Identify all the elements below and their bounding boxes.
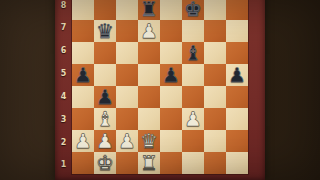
rank-label-3: 3 — [55, 115, 72, 125]
square-h4[interactable] — [226, 86, 248, 108]
piece-white-pawn[interactable]: ♟ — [182, 108, 204, 130]
square-b6[interactable] — [94, 42, 116, 64]
piece-black-pawn[interactable]: ♟ — [226, 64, 248, 86]
rank-label-5: 5 — [55, 69, 72, 79]
square-b8[interactable] — [94, 0, 116, 20]
chess-board: ♜♚♛♟♝♟♟♟♟♝♟♟♟♟♛♚♜ — [72, 0, 248, 174]
square-b2[interactable]: ♟ — [94, 130, 116, 152]
square-g3[interactable] — [204, 108, 226, 130]
square-f2[interactable] — [182, 130, 204, 152]
square-b1[interactable]: ♚ — [94, 152, 116, 174]
square-c7[interactable] — [116, 20, 138, 42]
square-h5[interactable]: ♟ — [226, 64, 248, 86]
piece-black-bishop[interactable]: ♝ — [182, 42, 204, 64]
rank-label-7: 7 — [55, 23, 72, 33]
square-d6[interactable] — [138, 42, 160, 64]
square-d5[interactable] — [138, 64, 160, 86]
piece-black-king[interactable]: ♚ — [182, 0, 204, 20]
square-d4[interactable] — [138, 86, 160, 108]
square-c8[interactable] — [116, 0, 138, 20]
square-b4[interactable]: ♟ — [94, 86, 116, 108]
square-a2[interactable]: ♟ — [72, 130, 94, 152]
square-g6[interactable] — [204, 42, 226, 64]
square-g5[interactable] — [204, 64, 226, 86]
square-a6[interactable] — [72, 42, 94, 64]
square-f5[interactable] — [182, 64, 204, 86]
rank-label-4: 4 — [55, 92, 72, 102]
square-e8[interactable] — [160, 0, 182, 20]
piece-white-bishop[interactable]: ♝ — [94, 108, 116, 130]
square-g7[interactable] — [204, 20, 226, 42]
square-h1[interactable] — [226, 152, 248, 174]
rank-label-2: 2 — [55, 138, 72, 148]
square-f8[interactable]: ♚ — [182, 0, 204, 20]
square-h3[interactable] — [226, 108, 248, 130]
piece-white-rook[interactable]: ♜ — [138, 152, 160, 174]
square-c3[interactable] — [116, 108, 138, 130]
square-a3[interactable] — [72, 108, 94, 130]
square-d2[interactable]: ♛ — [138, 130, 160, 152]
square-e7[interactable] — [160, 20, 182, 42]
piece-white-king[interactable]: ♚ — [94, 152, 116, 174]
square-e5[interactable]: ♟ — [160, 64, 182, 86]
square-d7[interactable]: ♟ — [138, 20, 160, 42]
piece-white-pawn[interactable]: ♟ — [72, 130, 94, 152]
square-f4[interactable] — [182, 86, 204, 108]
square-g2[interactable] — [204, 130, 226, 152]
piece-black-queen[interactable]: ♛ — [94, 20, 116, 42]
square-e1[interactable] — [160, 152, 182, 174]
square-f7[interactable] — [182, 20, 204, 42]
square-e6[interactable] — [160, 42, 182, 64]
piece-white-queen[interactable]: ♛ — [138, 130, 160, 152]
square-g8[interactable] — [204, 0, 226, 20]
piece-black-pawn[interactable]: ♟ — [94, 86, 116, 108]
square-f3[interactable]: ♟ — [182, 108, 204, 130]
square-a4[interactable] — [72, 86, 94, 108]
square-g4[interactable] — [204, 86, 226, 108]
square-a1[interactable] — [72, 152, 94, 174]
square-h7[interactable] — [226, 20, 248, 42]
square-c1[interactable] — [116, 152, 138, 174]
square-h6[interactable] — [226, 42, 248, 64]
square-e4[interactable] — [160, 86, 182, 108]
square-c2[interactable]: ♟ — [116, 130, 138, 152]
square-e3[interactable] — [160, 108, 182, 130]
square-b5[interactable] — [94, 64, 116, 86]
piece-black-rook[interactable]: ♜ — [138, 0, 160, 20]
square-a8[interactable] — [72, 0, 94, 20]
square-c5[interactable] — [116, 64, 138, 86]
square-g1[interactable] — [204, 152, 226, 174]
square-c6[interactable] — [116, 42, 138, 64]
piece-black-pawn[interactable]: ♟ — [160, 64, 182, 86]
square-f6[interactable]: ♝ — [182, 42, 204, 64]
square-d3[interactable] — [138, 108, 160, 130]
square-a7[interactable] — [72, 20, 94, 42]
square-d8[interactable]: ♜ — [138, 0, 160, 20]
rank-label-6: 6 — [55, 46, 72, 56]
square-f1[interactable] — [182, 152, 204, 174]
rank-label-8: 8 — [55, 1, 72, 11]
square-b3[interactable]: ♝ — [94, 108, 116, 130]
piece-white-pawn[interactable]: ♟ — [138, 20, 160, 42]
square-h8[interactable] — [226, 0, 248, 20]
square-d1[interactable]: ♜ — [138, 152, 160, 174]
piece-white-pawn[interactable]: ♟ — [116, 130, 138, 152]
rank-label-1: 1 — [55, 160, 72, 170]
square-e2[interactable] — [160, 130, 182, 152]
square-b7[interactable]: ♛ — [94, 20, 116, 42]
piece-white-pawn[interactable]: ♟ — [94, 130, 116, 152]
piece-black-pawn[interactable]: ♟ — [72, 64, 94, 86]
square-h2[interactable] — [226, 130, 248, 152]
square-c4[interactable] — [116, 86, 138, 108]
square-a5[interactable]: ♟ — [72, 64, 94, 86]
chess-video-frame: 87654321 ♜♚♛♟♝♟♟♟♟♝♟♟♟♟♛♚♜ — [0, 0, 320, 180]
